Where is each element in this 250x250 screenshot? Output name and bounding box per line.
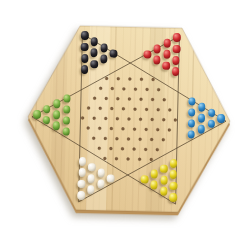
empty-hole[interactable] [140,98,143,101]
empty-hole[interactable] [134,88,137,91]
peg-black[interactable] [81,31,89,40]
empty-hole[interactable] [156,128,159,131]
empty-hole[interactable] [98,147,101,150]
empty-hole[interactable] [157,108,160,111]
peg-black[interactable] [110,49,118,58]
peg-white[interactable] [107,174,115,183]
empty-hole[interactable] [115,157,118,160]
empty-hole[interactable] [139,138,142,141]
empty-hole[interactable] [81,116,84,119]
peg-black[interactable] [81,65,89,74]
empty-hole[interactable] [145,108,148,111]
empty-hole[interactable] [115,137,118,140]
empty-hole[interactable] [87,107,90,110]
peg-yellow[interactable] [141,175,149,184]
peg-white[interactable] [78,168,86,177]
empty-hole[interactable] [122,87,125,90]
peg-red[interactable] [163,61,171,70]
empty-hole[interactable] [140,78,143,81]
empty-hole[interactable] [174,119,177,122]
empty-hole[interactable] [145,128,148,131]
peg-red[interactable] [173,33,181,42]
peg-yellow[interactable] [170,181,178,190]
empty-hole[interactable] [127,117,130,120]
empty-hole[interactable] [93,97,96,100]
empty-hole[interactable] [156,148,159,151]
empty-hole[interactable] [128,97,131,100]
empty-hole[interactable] [162,138,165,141]
peg-white[interactable] [77,191,85,200]
empty-hole[interactable] [138,158,141,161]
empty-hole[interactable] [151,98,154,101]
peg-black[interactable] [100,43,108,52]
empty-hole[interactable] [122,107,125,110]
peg-green[interactable] [33,110,41,119]
empty-hole[interactable] [152,78,155,81]
empty-hole[interactable] [117,77,120,80]
empty-hole[interactable] [93,117,96,120]
empty-hole[interactable] [111,87,114,90]
peg-blue[interactable] [197,125,205,134]
peg-white[interactable] [97,180,105,189]
empty-hole[interactable] [121,127,124,130]
empty-hole[interactable] [168,128,171,131]
peg-blue[interactable] [198,114,206,123]
empty-hole[interactable] [150,138,153,141]
empty-hole[interactable] [133,108,136,111]
empty-hole[interactable] [151,118,154,121]
empty-hole[interactable] [109,147,112,150]
peg-red[interactable] [163,50,171,59]
peg-yellow[interactable] [160,187,168,196]
peg-red[interactable] [173,45,181,54]
peg-white[interactable] [78,179,86,188]
peg-black[interactable] [90,60,98,69]
empty-hole[interactable] [116,97,119,100]
empty-hole[interactable] [110,127,113,130]
empty-hole[interactable] [144,148,147,151]
empty-hole[interactable] [92,137,95,140]
peg-white[interactable] [88,163,96,172]
empty-hole[interactable] [104,117,107,120]
board-rotation-wrap [0,0,250,250]
empty-hole[interactable] [139,118,142,121]
chinese-checkers-product-photo: Chinese Checkers [0,0,250,250]
empty-hole[interactable] [163,98,166,101]
empty-hole[interactable] [116,117,119,120]
empty-hole[interactable] [157,88,160,91]
empty-hole[interactable] [87,127,90,130]
empty-hole[interactable] [127,157,130,160]
empty-hole[interactable] [99,107,102,110]
empty-hole[interactable] [133,128,136,131]
peg-black[interactable] [81,54,89,63]
peg-yellow[interactable] [169,193,177,202]
peg-white[interactable] [79,157,87,166]
game-title: Chinese Checkers [0,0,1,1]
empty-hole[interactable] [127,137,130,140]
peg-red[interactable] [144,50,152,59]
peg-blue[interactable] [217,114,225,123]
empty-hole[interactable] [105,97,108,100]
empty-hole[interactable] [146,88,149,91]
empty-hole[interactable] [98,127,101,130]
empty-hole[interactable] [133,148,136,151]
empty-hole[interactable] [103,157,106,160]
empty-hole[interactable] [168,108,171,111]
empty-hole[interactable] [128,77,131,80]
empty-hole[interactable] [121,147,124,150]
empty-hole[interactable] [104,137,107,140]
empty-hole[interactable] [105,77,108,80]
empty-hole[interactable] [150,158,153,161]
empty-hole[interactable] [99,87,102,90]
empty-hole[interactable] [110,107,113,110]
peg-yellow[interactable] [160,164,168,173]
peg-yellow[interactable] [160,176,168,185]
empty-hole[interactable] [162,118,165,121]
peg-blue[interactable] [198,103,206,112]
peg-red[interactable] [163,39,171,48]
